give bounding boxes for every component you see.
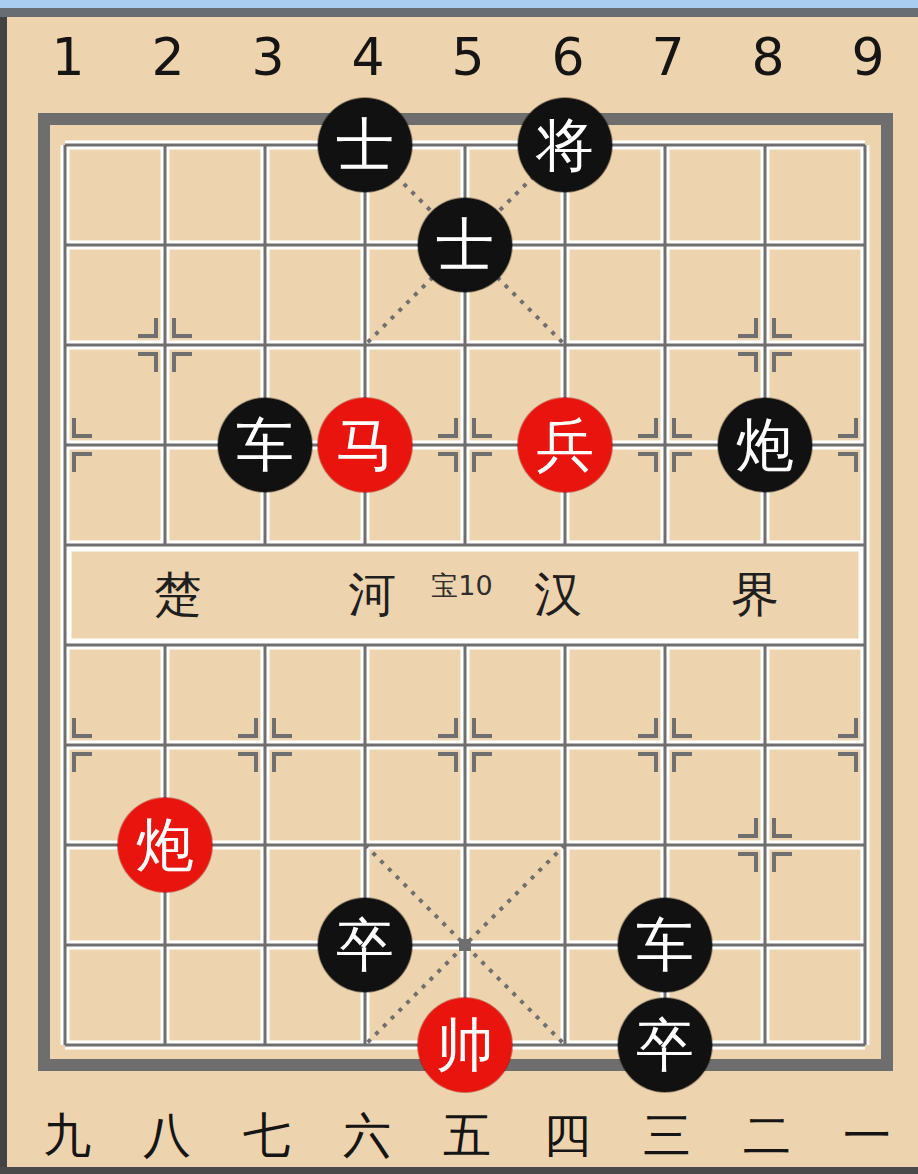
piece-black-cannon[interactable]: 炮 (718, 398, 812, 492)
top-file-label: 3 (251, 27, 284, 87)
piece-red-cannon[interactable]: 炮 (118, 798, 212, 892)
bottom-file-label: 五 (443, 1104, 491, 1168)
piece-black-advisor[interactable]: 士 (418, 198, 512, 292)
bottom-file-label: 九 (43, 1104, 91, 1168)
river-text: 河 (348, 563, 396, 627)
top-file-label: 4 (351, 27, 384, 87)
piece-red-horse[interactable]: 马 (318, 398, 412, 492)
bottom-file-label: 一 (843, 1104, 891, 1168)
piece-red-general[interactable]: 帅 (418, 998, 512, 1092)
top-file-label: 2 (151, 27, 184, 87)
piece-black-soldier[interactable]: 卒 (318, 898, 412, 992)
top-file-label: 6 (551, 27, 584, 87)
screen-left-border (0, 17, 7, 1174)
top-file-label: 8 (751, 27, 784, 87)
status-strip (0, 0, 918, 8)
piece-black-general[interactable]: 将 (518, 98, 612, 192)
bottom-file-label: 六 (343, 1104, 391, 1168)
river-watermark-text: 宝10 (431, 568, 492, 604)
piece-black-soldier[interactable]: 卒 (618, 998, 712, 1092)
bottom-file-label: 三 (643, 1104, 691, 1168)
top-file-label: 7 (651, 27, 684, 87)
bottom-file-label: 七 (243, 1104, 291, 1168)
top-file-label: 1 (51, 27, 84, 87)
piece-red-soldier[interactable]: 兵 (518, 398, 612, 492)
bottom-file-label: 二 (743, 1104, 791, 1168)
bottom-file-label: 八 (143, 1104, 191, 1168)
piece-black-chariot[interactable]: 车 (218, 398, 312, 492)
screen-bottom-border (0, 1167, 918, 1174)
top-file-label: 5 (451, 27, 484, 87)
bottom-file-label: 四 (543, 1104, 591, 1168)
piece-black-chariot[interactable]: 车 (618, 898, 712, 992)
status-strip-divider (0, 8, 918, 17)
piece-black-advisor[interactable]: 士 (318, 98, 412, 192)
river-text: 界 (731, 563, 779, 627)
xiangqi-app-screen: 123456789九八七六五四三二一楚河汉界宝10士将士车马兵炮炮卒车帅卒 (0, 0, 918, 1174)
river-text: 汉 (534, 563, 582, 627)
top-file-label: 9 (851, 27, 884, 87)
river-text: 楚 (154, 563, 202, 627)
